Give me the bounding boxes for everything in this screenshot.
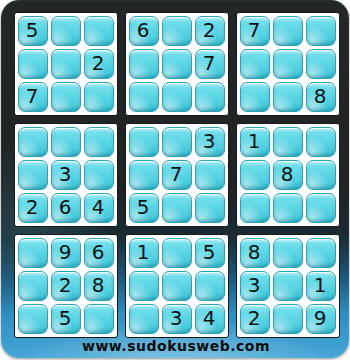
cell-r8c6-empty[interactable] bbox=[195, 271, 225, 301]
cell-r1c7-given[interactable]: 7 bbox=[240, 16, 270, 46]
cell-r7c8-empty[interactable] bbox=[273, 238, 303, 268]
cell-r3c5-empty[interactable] bbox=[162, 82, 192, 112]
cell-r9c8-empty[interactable] bbox=[273, 304, 303, 334]
given-digit: 5 bbox=[203, 240, 216, 264]
cell-r3c2-empty[interactable] bbox=[51, 82, 81, 112]
cell-r4c4-empty[interactable] bbox=[129, 127, 159, 157]
cell-r8c3-given[interactable]: 8 bbox=[84, 271, 114, 301]
sudoku-app: 5276277832643751896285153483129 www.sudo… bbox=[0, 0, 350, 360]
given-digit: 8 bbox=[281, 162, 294, 186]
given-digit: 7 bbox=[26, 84, 39, 108]
given-digit: 8 bbox=[92, 273, 105, 297]
cell-r4c2-empty[interactable] bbox=[51, 127, 81, 157]
cell-r9c4-empty[interactable] bbox=[129, 304, 159, 334]
cell-r6c5-empty[interactable] bbox=[162, 193, 192, 223]
cell-r4c9-empty[interactable] bbox=[306, 127, 336, 157]
cell-r1c8-empty[interactable] bbox=[273, 16, 303, 46]
given-digit: 3 bbox=[203, 129, 216, 153]
box-5: 18 bbox=[236, 123, 340, 227]
given-digit: 8 bbox=[248, 240, 261, 264]
box-0: 527 bbox=[14, 12, 118, 116]
cell-r9c2-given[interactable]: 5 bbox=[51, 304, 81, 334]
cell-r1c9-empty[interactable] bbox=[306, 16, 336, 46]
given-digit: 7 bbox=[203, 51, 216, 75]
box-8: 83129 bbox=[236, 234, 340, 338]
cell-r8c9-given[interactable]: 1 bbox=[306, 271, 336, 301]
cell-r4c3-empty[interactable] bbox=[84, 127, 114, 157]
cell-r2c9-empty[interactable] bbox=[306, 49, 336, 79]
cell-r9c9-given[interactable]: 9 bbox=[306, 304, 336, 334]
cell-r3c8-empty[interactable] bbox=[273, 82, 303, 112]
given-digit: 7 bbox=[170, 162, 183, 186]
cell-r7c1-empty[interactable] bbox=[18, 238, 48, 268]
box-6: 96285 bbox=[14, 234, 118, 338]
cell-r2c8-empty[interactable] bbox=[273, 49, 303, 79]
cell-r8c7-given[interactable]: 3 bbox=[240, 271, 270, 301]
cell-r6c2-given[interactable]: 6 bbox=[51, 193, 81, 223]
cell-r8c8-empty[interactable] bbox=[273, 271, 303, 301]
given-digit: 4 bbox=[203, 306, 216, 330]
cell-r1c2-empty[interactable] bbox=[51, 16, 81, 46]
cell-r4c8-empty[interactable] bbox=[273, 127, 303, 157]
cell-r7c7-given[interactable]: 8 bbox=[240, 238, 270, 268]
cell-r5c5-given[interactable]: 7 bbox=[162, 160, 192, 190]
cell-r6c4-given[interactable]: 5 bbox=[129, 193, 159, 223]
cell-r2c3-given[interactable]: 2 bbox=[84, 49, 114, 79]
given-digit: 6 bbox=[137, 18, 150, 42]
cell-r7c9-empty[interactable] bbox=[306, 238, 336, 268]
cell-r5c3-empty[interactable] bbox=[84, 160, 114, 190]
sudoku-board: 5276277832643751896285153483129 bbox=[14, 12, 340, 338]
cell-r3c3-empty[interactable] bbox=[84, 82, 114, 112]
given-digit: 1 bbox=[248, 129, 261, 153]
box-1: 627 bbox=[125, 12, 229, 116]
cell-r5c8-given[interactable]: 8 bbox=[273, 160, 303, 190]
cell-r4c7-given[interactable]: 1 bbox=[240, 127, 270, 157]
cell-r2c7-empty[interactable] bbox=[240, 49, 270, 79]
given-digit: 1 bbox=[314, 273, 327, 297]
site-link[interactable]: www.sudokusweb.com bbox=[1, 336, 350, 356]
cell-r4c5-empty[interactable] bbox=[162, 127, 192, 157]
given-digit: 2 bbox=[26, 195, 39, 219]
cell-r6c8-empty[interactable] bbox=[273, 193, 303, 223]
cell-r5c1-empty[interactable] bbox=[18, 160, 48, 190]
given-digit: 1 bbox=[137, 240, 150, 264]
cell-r8c2-given[interactable]: 2 bbox=[51, 271, 81, 301]
cell-r3c4-empty[interactable] bbox=[129, 82, 159, 112]
cell-r9c1-empty[interactable] bbox=[18, 304, 48, 334]
cell-r9c3-empty[interactable] bbox=[84, 304, 114, 334]
cell-r1c1-given[interactable]: 5 bbox=[18, 16, 48, 46]
cell-r5c6-empty[interactable] bbox=[195, 160, 225, 190]
cell-r4c1-empty[interactable] bbox=[18, 127, 48, 157]
cell-r6c3-given[interactable]: 4 bbox=[84, 193, 114, 223]
given-digit: 2 bbox=[203, 18, 216, 42]
cell-r2c1-empty[interactable] bbox=[18, 49, 48, 79]
given-digit: 2 bbox=[92, 51, 105, 75]
cell-r3c7-empty[interactable] bbox=[240, 82, 270, 112]
board-frame: 5276277832643751896285153483129 www.sudo… bbox=[1, 0, 349, 358]
cell-r5c9-empty[interactable] bbox=[306, 160, 336, 190]
cell-r9c6-given[interactable]: 4 bbox=[195, 304, 225, 334]
cell-r6c7-empty[interactable] bbox=[240, 193, 270, 223]
cell-r6c1-given[interactable]: 2 bbox=[18, 193, 48, 223]
given-digit: 5 bbox=[59, 306, 72, 330]
box-4: 375 bbox=[125, 123, 229, 227]
cell-r9c5-given[interactable]: 3 bbox=[162, 304, 192, 334]
cell-r7c4-given[interactable]: 1 bbox=[129, 238, 159, 268]
cell-r8c4-empty[interactable] bbox=[129, 271, 159, 301]
cell-r7c3-given[interactable]: 6 bbox=[84, 238, 114, 268]
given-digit: 5 bbox=[137, 195, 150, 219]
cell-r8c5-empty[interactable] bbox=[162, 271, 192, 301]
cell-r1c6-given[interactable]: 2 bbox=[195, 16, 225, 46]
given-digit: 9 bbox=[314, 306, 327, 330]
cell-r7c2-given[interactable]: 9 bbox=[51, 238, 81, 268]
given-digit: 3 bbox=[170, 306, 183, 330]
given-digit: 6 bbox=[92, 240, 105, 264]
given-digit: 3 bbox=[248, 273, 261, 297]
box-3: 3264 bbox=[14, 123, 118, 227]
cell-r2c5-empty[interactable] bbox=[162, 49, 192, 79]
given-digit: 2 bbox=[59, 273, 72, 297]
given-digit: 2 bbox=[248, 306, 261, 330]
cell-r1c4-given[interactable]: 6 bbox=[129, 16, 159, 46]
cell-r5c2-given[interactable]: 3 bbox=[51, 160, 81, 190]
cell-r3c6-empty[interactable] bbox=[195, 82, 225, 112]
cell-r1c3-empty[interactable] bbox=[84, 16, 114, 46]
cell-r3c9-given[interactable]: 8 bbox=[306, 82, 336, 112]
given-digit: 9 bbox=[59, 240, 72, 264]
cell-r5c4-empty[interactable] bbox=[129, 160, 159, 190]
cell-r1c5-empty[interactable] bbox=[162, 16, 192, 46]
cell-r2c6-given[interactable]: 7 bbox=[195, 49, 225, 79]
cell-r3c1-given[interactable]: 7 bbox=[18, 82, 48, 112]
box-7: 1534 bbox=[125, 234, 229, 338]
given-digit: 5 bbox=[26, 18, 39, 42]
cell-r6c9-empty[interactable] bbox=[306, 193, 336, 223]
given-digit: 7 bbox=[248, 18, 261, 42]
given-digit: 4 bbox=[92, 195, 105, 219]
cell-r5c7-empty[interactable] bbox=[240, 160, 270, 190]
cell-r4c6-given[interactable]: 3 bbox=[195, 127, 225, 157]
box-2: 78 bbox=[236, 12, 340, 116]
cell-r8c1-empty[interactable] bbox=[18, 271, 48, 301]
cell-r2c4-empty[interactable] bbox=[129, 49, 159, 79]
given-digit: 3 bbox=[59, 162, 72, 186]
cell-r7c6-given[interactable]: 5 bbox=[195, 238, 225, 268]
given-digit: 8 bbox=[314, 84, 327, 108]
cell-r7c5-empty[interactable] bbox=[162, 238, 192, 268]
cell-r9c7-given[interactable]: 2 bbox=[240, 304, 270, 334]
given-digit: 6 bbox=[59, 195, 72, 219]
cell-r2c2-empty[interactable] bbox=[51, 49, 81, 79]
cell-r6c6-empty[interactable] bbox=[195, 193, 225, 223]
